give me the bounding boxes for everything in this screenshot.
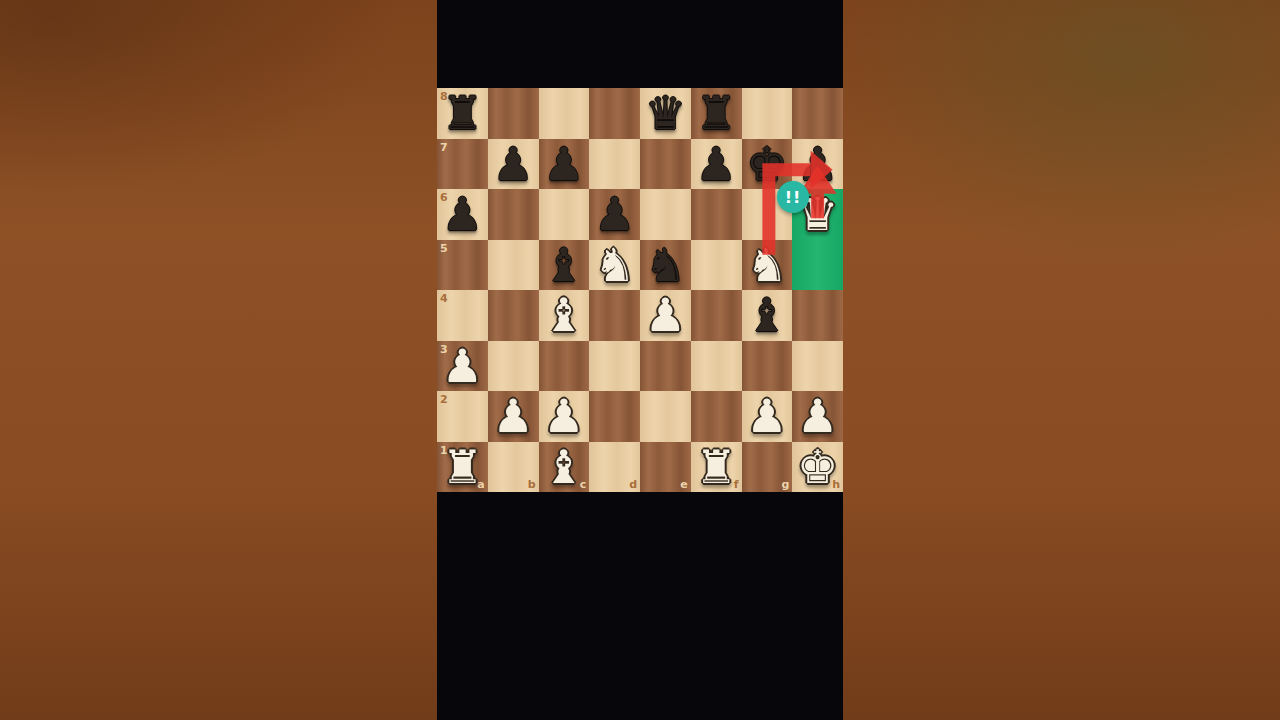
- square-g3[interactable]: [742, 341, 793, 392]
- piece-white-pawn-h2[interactable]: ♟: [792, 391, 843, 442]
- square-f1[interactable]: f♜: [691, 442, 742, 493]
- square-a4[interactable]: 4: [437, 290, 488, 341]
- square-d6[interactable]: ♟: [589, 189, 640, 240]
- square-a3[interactable]: 3♟: [437, 341, 488, 392]
- file-label-g: g: [781, 479, 789, 490]
- square-f5[interactable]: [691, 240, 742, 291]
- piece-white-pawn-c2[interactable]: ♟: [539, 391, 590, 442]
- square-c1[interactable]: c♝: [539, 442, 590, 493]
- square-f7[interactable]: ♟: [691, 139, 742, 190]
- piece-black-bishop-c5[interactable]: ♝: [539, 240, 590, 291]
- square-g2[interactable]: ♟: [742, 391, 793, 442]
- square-e7[interactable]: [640, 139, 691, 190]
- piece-white-pawn-e4[interactable]: ♟: [640, 290, 691, 341]
- square-f3[interactable]: [691, 341, 742, 392]
- square-a8[interactable]: 8♜: [437, 88, 488, 139]
- square-d1[interactable]: d: [589, 442, 640, 493]
- piece-black-knight-e5[interactable]: ♞: [640, 240, 691, 291]
- piece-white-rook-f1[interactable]: ♜: [691, 442, 742, 493]
- piece-black-pawn-h7[interactable]: ♟: [792, 139, 843, 190]
- square-c7[interactable]: ♟: [539, 139, 590, 190]
- piece-white-pawn-g2[interactable]: ♟: [742, 391, 793, 442]
- rank-label-2: 2: [440, 394, 448, 405]
- file-label-b: b: [528, 479, 536, 490]
- square-h1[interactable]: h♚: [792, 442, 843, 493]
- square-b5[interactable]: [488, 240, 539, 291]
- square-h4[interactable]: [792, 290, 843, 341]
- brilliant-move-label: !!: [785, 188, 802, 207]
- square-g8[interactable]: [742, 88, 793, 139]
- square-d7[interactable]: [589, 139, 640, 190]
- square-f2[interactable]: [691, 391, 742, 442]
- square-f6[interactable]: [691, 189, 742, 240]
- square-h2[interactable]: ♟: [792, 391, 843, 442]
- square-c2[interactable]: ♟: [539, 391, 590, 442]
- square-d4[interactable]: [589, 290, 640, 341]
- file-label-e: e: [680, 479, 687, 490]
- square-c3[interactable]: [539, 341, 590, 392]
- square-e6[interactable]: [640, 189, 691, 240]
- square-e5[interactable]: ♞: [640, 240, 691, 291]
- square-e3[interactable]: [640, 341, 691, 392]
- piece-black-queen-e8[interactable]: ♛: [640, 88, 691, 139]
- piece-black-pawn-c7[interactable]: ♟: [539, 139, 590, 190]
- square-a7[interactable]: 7: [437, 139, 488, 190]
- square-f4[interactable]: [691, 290, 742, 341]
- rank-label-5: 5: [440, 243, 448, 254]
- square-a6[interactable]: 6♟: [437, 189, 488, 240]
- square-c8[interactable]: [539, 88, 590, 139]
- square-c6[interactable]: [539, 189, 590, 240]
- piece-black-bishop-g4[interactable]: ♝: [742, 290, 793, 341]
- piece-black-pawn-b7[interactable]: ♟: [488, 139, 539, 190]
- square-d8[interactable]: [589, 88, 640, 139]
- piece-white-bishop-c1[interactable]: ♝: [539, 442, 590, 493]
- piece-black-king-g7[interactable]: ♚: [742, 139, 793, 190]
- piece-white-knight-g5[interactable]: ♞: [742, 240, 793, 291]
- square-e2[interactable]: [640, 391, 691, 442]
- square-h7[interactable]: ♟: [792, 139, 843, 190]
- square-b3[interactable]: [488, 341, 539, 392]
- chess-board: 8♜♛♜7♟♟♟♚♟6♟♟♛5♝♞♞♞4♝♟♝3♟2♟♟♟♟1a♜bc♝def♜…: [437, 88, 843, 492]
- video-frame: 8♜♛♜7♟♟♟♚♟6♟♟♛5♝♞♞♞4♝♟♝3♟2♟♟♟♟1a♜bc♝def♜…: [437, 0, 843, 720]
- piece-black-rook-f8[interactable]: ♜: [691, 88, 742, 139]
- square-b7[interactable]: ♟: [488, 139, 539, 190]
- square-e1[interactable]: e: [640, 442, 691, 493]
- square-a1[interactable]: 1a♜: [437, 442, 488, 493]
- rank-label-4: 4: [440, 293, 448, 304]
- square-h8[interactable]: [792, 88, 843, 139]
- square-e4[interactable]: ♟: [640, 290, 691, 341]
- square-g7[interactable]: ♚: [742, 139, 793, 190]
- square-a2[interactable]: 2: [437, 391, 488, 442]
- piece-white-bishop-c4[interactable]: ♝: [539, 290, 590, 341]
- square-d5[interactable]: ♞: [589, 240, 640, 291]
- brilliant-move-badge: !!: [777, 181, 809, 213]
- square-d3[interactable]: [589, 341, 640, 392]
- square-b1[interactable]: b: [488, 442, 539, 493]
- square-h5[interactable]: [792, 240, 843, 291]
- square-f8[interactable]: ♜: [691, 88, 742, 139]
- piece-black-pawn-a6[interactable]: ♟: [437, 189, 488, 240]
- square-b4[interactable]: [488, 290, 539, 341]
- square-b6[interactable]: [488, 189, 539, 240]
- piece-white-knight-d5[interactable]: ♞: [589, 240, 640, 291]
- piece-black-pawn-d6[interactable]: ♟: [589, 189, 640, 240]
- piece-black-pawn-f7[interactable]: ♟: [691, 139, 742, 190]
- square-b2[interactable]: ♟: [488, 391, 539, 442]
- piece-white-rook-a1[interactable]: ♜: [437, 442, 488, 493]
- piece-black-rook-a8[interactable]: ♜: [437, 88, 488, 139]
- piece-white-king-h1[interactable]: ♚: [792, 442, 843, 493]
- square-g1[interactable]: g: [742, 442, 793, 493]
- square-d2[interactable]: [589, 391, 640, 442]
- piece-white-pawn-b2[interactable]: ♟: [488, 391, 539, 442]
- square-c5[interactable]: ♝: [539, 240, 590, 291]
- square-e8[interactable]: ♛: [640, 88, 691, 139]
- square-h3[interactable]: [792, 341, 843, 392]
- square-a5[interactable]: 5: [437, 240, 488, 291]
- square-b8[interactable]: [488, 88, 539, 139]
- square-c4[interactable]: ♝: [539, 290, 590, 341]
- file-label-d: d: [629, 479, 637, 490]
- rank-label-7: 7: [440, 142, 448, 153]
- piece-white-pawn-a3[interactable]: ♟: [437, 341, 488, 392]
- square-g5[interactable]: ♞: [742, 240, 793, 291]
- square-g4[interactable]: ♝: [742, 290, 793, 341]
